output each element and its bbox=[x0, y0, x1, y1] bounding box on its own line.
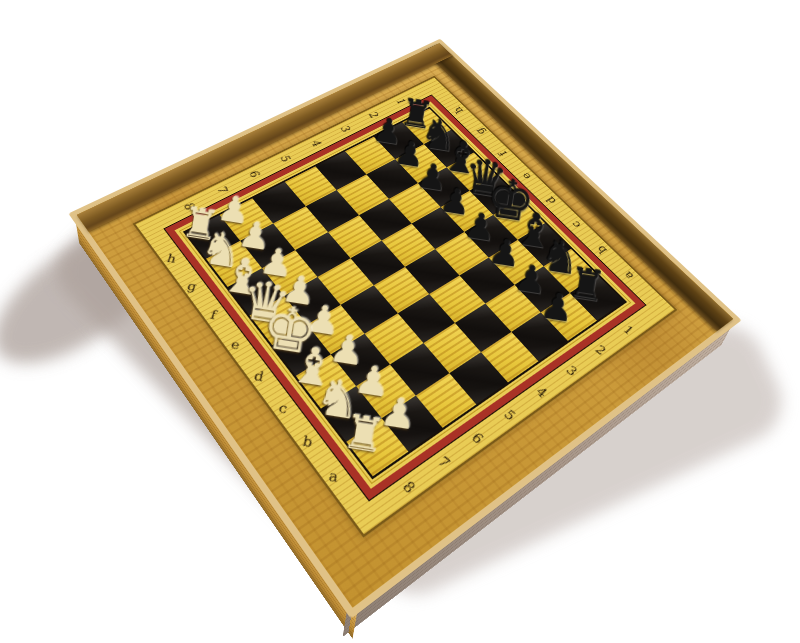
coordinate-label-bottom-c: c bbox=[274, 399, 293, 416]
coordinate-label-bottom-d: d bbox=[250, 367, 269, 383]
coordinate-label-left-6: 6 bbox=[247, 167, 265, 180]
coordinate-label-bottom-b: b bbox=[299, 433, 318, 450]
coordinate-label-left-5: 5 bbox=[278, 152, 295, 165]
perspective-scene: hgfedcbahgfedcba1234567812345678 ♜♞♝♛♚♝♞… bbox=[131, 0, 669, 529]
product-photo-canvas: { "game": "chess", "scene_description": … bbox=[0, 0, 800, 643]
chess-board-box: hgfedcbahgfedcba1234567812345678 ♜♞♝♛♚♝♞… bbox=[68, 39, 741, 619]
coordinate-label-right-7: 7 bbox=[433, 451, 455, 472]
coordinate-label-bottom-a: a bbox=[324, 467, 343, 485]
camera-roll-wrapper: hgfedcbahgfedcba1234567812345678 ♜♞♝♛♚♝♞… bbox=[131, 0, 669, 529]
coordinate-label-right-3: 3 bbox=[562, 361, 583, 380]
coordinate-label-left-3: 3 bbox=[338, 123, 355, 135]
coordinate-label-bottom-e: e bbox=[227, 337, 245, 352]
coordinate-label-left-4: 4 bbox=[308, 137, 325, 150]
piece-black-pawn-a2[interactable]: ♟ bbox=[539, 287, 578, 329]
coordinate-label-bottom-f: f bbox=[205, 307, 223, 322]
piece-white-rook-a8[interactable]: ♜ bbox=[339, 408, 388, 461]
coordinate-label-right-8: 8 bbox=[398, 476, 421, 498]
coordinate-label-right-4: 4 bbox=[531, 383, 552, 402]
